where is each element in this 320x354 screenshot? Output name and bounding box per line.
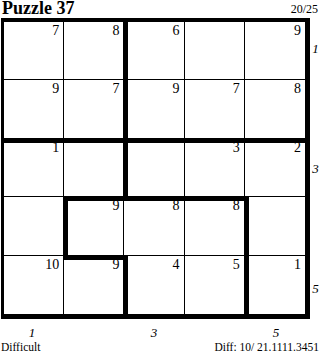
clue-number: 4	[173, 257, 180, 272]
clue-number: 9	[52, 81, 59, 96]
clue-number: 8	[173, 198, 180, 213]
clue-number: 9	[112, 257, 119, 272]
cell-r2c3[interactable]: 9	[124, 80, 184, 138]
clue-number: 8	[112, 23, 119, 38]
clue-number: 5	[233, 257, 240, 272]
cell-r1c4[interactable]	[185, 22, 245, 80]
clue-number: 10	[45, 257, 59, 272]
clue-number: 7	[233, 81, 240, 96]
cell-r4c4[interactable]: 8	[185, 197, 245, 255]
puzzle-board: 786997978132988109451	[1, 18, 310, 319]
clue-number: 1	[294, 257, 301, 272]
puzzle-grid: 786997978132988109451	[4, 22, 305, 314]
cell-r3c1[interactable]: 1	[4, 139, 64, 197]
cell-r5c5[interactable]: 1	[245, 256, 305, 314]
clue-number: 9	[112, 198, 119, 213]
puzzle-page: { "game": "krazydad-style 5x5 cage numbe…	[0, 0, 320, 354]
cell-r1c3[interactable]: 6	[124, 22, 184, 80]
cell-r5c4[interactable]: 5	[185, 256, 245, 314]
cell-r3c2[interactable]	[64, 139, 124, 197]
clue-number: 8	[294, 81, 301, 96]
row-label-3: 3	[311, 160, 320, 178]
col-label-1: 1	[29, 325, 36, 341]
cell-r2c5[interactable]: 8	[245, 80, 305, 138]
col-label-5: 5	[273, 325, 280, 341]
cell-r2c2[interactable]: 7	[64, 80, 124, 138]
difficulty-label: Difficult	[1, 341, 40, 353]
clue-number: 6	[173, 23, 180, 38]
puzzle-title: Puzzle 37	[2, 0, 74, 19]
cell-r5c3[interactable]: 4	[124, 256, 184, 314]
clue-number: 1	[52, 140, 59, 155]
cell-r2c4[interactable]: 7	[185, 80, 245, 138]
col-label-3: 3	[151, 325, 158, 341]
clue-count: 20/25	[291, 2, 318, 17]
cell-r3c5[interactable]: 2	[245, 139, 305, 197]
clue-number: 2	[294, 140, 301, 155]
clue-number: 8	[233, 198, 240, 213]
clue-number: 3	[233, 140, 240, 155]
clue-number: 7	[52, 23, 59, 38]
clue-number: 9	[173, 81, 180, 96]
clue-number: 7	[112, 81, 119, 96]
cell-r4c3[interactable]: 8	[124, 197, 184, 255]
difficulty-rating: Diff: 10/ 21.1111.3451	[214, 341, 319, 353]
cell-r4c5[interactable]	[245, 197, 305, 255]
cell-r3c4[interactable]: 3	[185, 139, 245, 197]
cell-r1c1[interactable]: 7	[4, 22, 64, 80]
cell-r5c2[interactable]: 9	[64, 256, 124, 314]
cell-r5c1[interactable]: 10	[4, 256, 64, 314]
clue-number: 9	[294, 23, 301, 38]
cell-r4c2[interactable]: 9	[64, 197, 124, 255]
cell-r3c3[interactable]	[124, 139, 184, 197]
cell-r2c1[interactable]: 9	[4, 80, 64, 138]
cell-r4c1[interactable]	[4, 197, 64, 255]
cell-r1c5[interactable]: 9	[245, 22, 305, 80]
row-label-1: 1	[311, 40, 320, 58]
cell-r1c2[interactable]: 8	[64, 22, 124, 80]
row-label-5: 5	[311, 280, 320, 298]
